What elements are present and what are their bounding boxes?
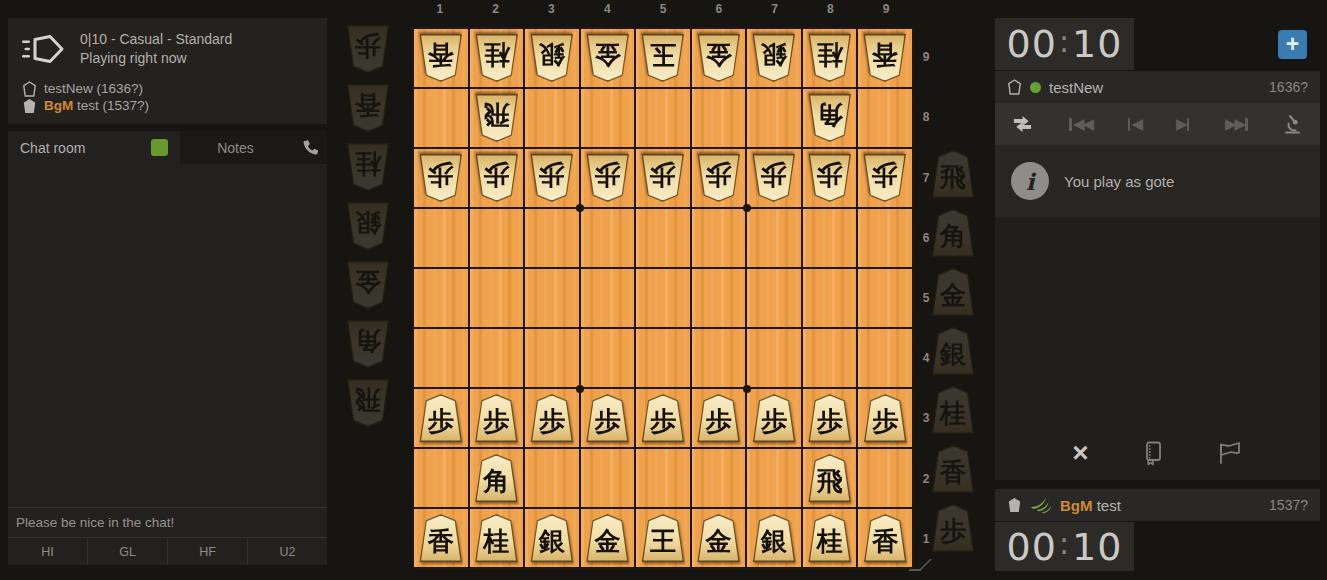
square-57[interactable]: 歩 — [636, 149, 690, 207]
koma-sente-pawn[interactable]: 歩 — [747, 149, 801, 207]
square-88[interactable]: 角 — [803, 89, 857, 147]
microscope-icon — [1283, 114, 1302, 134]
hand-gote-pawn[interactable]: 歩 — [931, 504, 975, 552]
player-title: BgM — [44, 98, 73, 113]
star-point — [576, 204, 584, 212]
square-92[interactable] — [858, 449, 912, 507]
square-49[interactable]: 金 — [581, 29, 635, 87]
square-79[interactable]: 銀 — [747, 29, 801, 87]
koma-sente-lance[interactable]: 香 — [858, 29, 912, 87]
last-move-button[interactable]: ▶▶ — [1219, 113, 1255, 135]
square-24[interactable] — [470, 329, 524, 387]
tab-notes[interactable]: Notes — [180, 131, 291, 164]
square-43[interactable]: 歩 — [581, 389, 635, 447]
file-label-7: 7 — [747, 2, 803, 16]
hand-sente-knight[interactable]: 桂 — [346, 143, 390, 191]
koma-sente-knight[interactable]: 桂 — [470, 29, 524, 87]
koma-gote-pawn[interactable]: 歩 — [581, 389, 635, 447]
square-18[interactable] — [414, 89, 468, 147]
square-15[interactable] — [414, 269, 468, 327]
square-41[interactable]: 金 — [581, 509, 635, 567]
square-53[interactable]: 歩 — [636, 389, 690, 447]
previous-move-icon: ◀ — [1127, 115, 1141, 133]
square-59[interactable]: 玉 — [636, 29, 690, 87]
hand-gote: 飛角金銀桂香歩 — [930, 150, 976, 552]
sente-koma-icon — [22, 98, 37, 114]
square-73[interactable]: 歩 — [747, 389, 801, 447]
bottom-player-rating: 1537? — [1269, 497, 1308, 513]
square-75[interactable] — [747, 269, 801, 327]
move-list-area: i You play as gote — [995, 145, 1320, 480]
abort-x-icon: × — [1072, 439, 1088, 467]
koma-sente-pawn[interactable]: 歩 — [525, 149, 579, 207]
square-89[interactable]: 桂 — [803, 29, 857, 87]
hand-sente-pawn[interactable]: 歩 — [346, 25, 390, 73]
square-23[interactable]: 歩 — [470, 389, 524, 447]
player-rating: (1537?) — [103, 98, 150, 113]
tab-notes-label: Notes — [217, 140, 254, 156]
square-94[interactable] — [858, 329, 912, 387]
voice-chat-button[interactable] — [291, 131, 327, 164]
sente-koma-icon — [1007, 497, 1022, 513]
square-84[interactable] — [803, 329, 857, 387]
info-icon: i — [1011, 162, 1049, 200]
chat-preset-hi[interactable]: HI — [8, 538, 87, 565]
player-row-top: testNew 1636? — [995, 71, 1320, 103]
square-34[interactable] — [525, 329, 579, 387]
chat-preset-u2[interactable]: U2 — [247, 538, 327, 565]
square-66[interactable] — [692, 209, 746, 267]
file-labels: 123456789 — [412, 2, 914, 16]
clock-seconds: 10 — [1072, 22, 1122, 66]
koma-gote-silver[interactable]: 銀 — [525, 509, 579, 567]
koma-gote-pawn[interactable]: 歩 — [525, 389, 579, 447]
square-63[interactable]: 歩 — [692, 389, 746, 447]
game-setup-text: 0|10 - Casual - Standard — [80, 30, 232, 49]
square-85[interactable] — [803, 269, 857, 327]
file-label-4: 4 — [579, 2, 635, 16]
koma-gote-knight[interactable]: 桂 — [803, 509, 857, 567]
square-37[interactable]: 歩 — [525, 149, 579, 207]
square-93[interactable]: 歩 — [858, 389, 912, 447]
square-81[interactable]: 桂 — [803, 509, 857, 567]
hand-sente-rook[interactable]: 飛 — [346, 379, 390, 427]
square-54[interactable] — [636, 329, 690, 387]
game-info-player-sente[interactable]: BgM test (1537?) — [22, 97, 313, 114]
game-status-text: Playing right now — [80, 49, 232, 68]
koma-gote-pawn[interactable]: 歩 — [858, 389, 912, 447]
square-44[interactable] — [581, 329, 635, 387]
shogi-board: 香桂銀金玉金銀桂香飛角歩歩歩歩歩歩歩歩歩歩歩歩歩歩歩歩歩歩角飛香桂銀金王金銀桂香 — [412, 27, 914, 569]
square-16[interactable] — [414, 209, 468, 267]
clock-bottom: 00:10 — [995, 522, 1134, 571]
last-move-icon: ▶▶ — [1225, 115, 1249, 133]
bottom-player-title: BgM — [1060, 497, 1093, 514]
chat-preset-buttons: HIGLHFU2 — [8, 537, 327, 565]
player-row-bottom: BgM test 1537? — [995, 489, 1320, 521]
square-47[interactable]: 歩 — [581, 149, 635, 207]
square-12[interactable] — [414, 449, 468, 507]
game-message-text: You play as gote — [1064, 173, 1174, 190]
square-68[interactable] — [692, 89, 746, 147]
square-32[interactable] — [525, 449, 579, 507]
square-22[interactable]: 角 — [470, 449, 524, 507]
online-indicator — [1030, 82, 1041, 93]
rank-label-8: 8 — [918, 87, 934, 147]
square-72[interactable] — [747, 449, 801, 507]
koma-sente-pawn[interactable]: 歩 — [858, 149, 912, 207]
koma-gote-gold[interactable]: 金 — [581, 509, 635, 567]
koma-sente-pawn[interactable]: 歩 — [581, 149, 635, 207]
square-83[interactable]: 歩 — [803, 389, 857, 447]
square-77[interactable]: 歩 — [747, 149, 801, 207]
square-91[interactable]: 香 — [858, 509, 912, 567]
hand-gote-knight[interactable]: 桂 — [931, 386, 975, 434]
notebook-button[interactable] — [1135, 439, 1171, 467]
hand-sente-lance[interactable]: 香 — [346, 84, 390, 132]
hand-gote-rook[interactable]: 飛 — [931, 150, 975, 198]
hand-gote-bishop[interactable]: 角 — [931, 209, 975, 257]
square-48[interactable] — [581, 89, 635, 147]
file-label-1: 1 — [412, 2, 468, 16]
koma-sente-bishop[interactable]: 角 — [803, 89, 857, 147]
flip-icon — [1012, 114, 1033, 134]
koma-sente-pawn[interactable]: 歩 — [470, 149, 524, 207]
gote-koma-icon — [22, 81, 37, 97]
square-17[interactable]: 歩 — [414, 149, 468, 207]
game-action-buttons: × — [995, 432, 1320, 474]
koma-gote-pawn[interactable]: 歩 — [803, 389, 857, 447]
notebook-icon — [1141, 440, 1165, 466]
tab-chat-room[interactable]: Chat room — [8, 131, 180, 164]
resign-button[interactable] — [1211, 440, 1249, 466]
hand-sente-bishop[interactable]: 角 — [346, 320, 390, 368]
koma-sente-silver[interactable]: 銀 — [525, 29, 579, 87]
square-33[interactable]: 歩 — [525, 389, 579, 447]
clock-colon: : — [1059, 526, 1070, 561]
koma-gote-rook[interactable]: 飛 — [803, 449, 857, 507]
square-46[interactable] — [581, 209, 635, 267]
clock-minutes: 00 — [1007, 22, 1057, 66]
gote-koma-icon — [1007, 79, 1022, 95]
koma-gote-pawn[interactable]: 歩 — [414, 389, 468, 447]
file-label-3: 3 — [524, 2, 580, 16]
koma-gote-pawn[interactable]: 歩 — [636, 389, 690, 447]
koma-gote-pawn[interactable]: 歩 — [470, 389, 524, 447]
koma-gote-pawn[interactable]: 歩 — [692, 389, 746, 447]
koma-gote-gold[interactable]: 金 — [692, 509, 746, 567]
plus-icon: + — [1286, 33, 1299, 56]
square-55[interactable] — [636, 269, 690, 327]
player-name[interactable]: test — [77, 98, 99, 113]
flip-board-button[interactable] — [1006, 112, 1039, 136]
chat-messages-area[interactable] — [8, 164, 327, 507]
square-31[interactable]: 銀 — [525, 509, 579, 567]
give-more-time-button[interactable]: + — [1278, 30, 1307, 59]
square-26[interactable] — [470, 209, 524, 267]
square-99[interactable]: 香 — [858, 29, 912, 87]
flag-icon — [1217, 441, 1243, 465]
next-move-button[interactable]: ▶ — [1170, 113, 1196, 135]
square-74[interactable] — [747, 329, 801, 387]
file-label-6: 6 — [691, 2, 747, 16]
koma-sente-pawn[interactable]: 歩 — [692, 149, 746, 207]
first-move-icon: ◀◀ — [1068, 115, 1092, 133]
next-move-icon: ▶ — [1176, 115, 1190, 133]
square-64[interactable] — [692, 329, 746, 387]
game-message: i You play as gote — [995, 145, 1320, 217]
square-38[interactable] — [525, 89, 579, 147]
square-29[interactable]: 桂 — [470, 29, 524, 87]
file-label-2: 2 — [468, 2, 524, 16]
square-86[interactable] — [803, 209, 857, 267]
koma-sente-gold[interactable]: 金 — [581, 29, 635, 87]
square-67[interactable]: 歩 — [692, 149, 746, 207]
square-95[interactable] — [858, 269, 912, 327]
square-65[interactable] — [692, 269, 746, 327]
square-21[interactable]: 桂 — [470, 509, 524, 567]
first-move-button[interactable]: ◀◀ — [1062, 113, 1098, 135]
koma-gote-king[interactable]: 王 — [636, 509, 690, 567]
bottom-player-name[interactable]: test — [1097, 497, 1121, 514]
square-61[interactable]: 金 — [692, 509, 746, 567]
square-19[interactable]: 香 — [414, 29, 468, 87]
patron-wings-icon — [1030, 496, 1052, 514]
star-point — [576, 385, 584, 393]
square-58[interactable] — [636, 89, 690, 147]
square-11[interactable]: 香 — [414, 509, 468, 567]
clock-seconds: 10 — [1072, 525, 1122, 569]
koma-gote-silver[interactable]: 銀 — [747, 509, 801, 567]
koma-sente-knight[interactable]: 桂 — [803, 29, 857, 87]
game-side-panel: 00:10 + testNew 1636? ◀◀ ◀ ▶ ▶▶ — [995, 0, 1320, 580]
file-label-8: 8 — [802, 2, 858, 16]
square-62[interactable] — [692, 449, 746, 507]
move-controls-bar: ◀◀ ◀ ▶ ▶▶ — [995, 103, 1320, 145]
hand-sente-silver[interactable]: 銀 — [346, 202, 390, 250]
phone-icon — [301, 139, 318, 156]
square-97[interactable]: 歩 — [858, 149, 912, 207]
top-player-rating: 1636? — [1269, 79, 1308, 95]
square-96[interactable] — [858, 209, 912, 267]
lishogi-game-page: 0|10 - Casual - Standard Playing right n… — [0, 0, 1327, 580]
square-56[interactable] — [636, 209, 690, 267]
koma-sente-lance[interactable]: 香 — [414, 29, 468, 87]
square-14[interactable] — [414, 329, 468, 387]
chat-preset-gl[interactable]: GL — [87, 538, 167, 565]
square-82[interactable]: 飛 — [803, 449, 857, 507]
board-zone: 歩香桂銀金角飛 123456789 香桂銀金玉金銀桂香飛角歩歩歩歩歩歩歩歩歩歩歩… — [337, 0, 977, 580]
square-39[interactable]: 銀 — [525, 29, 579, 87]
clock-top: 00:10 — [995, 18, 1134, 70]
abort-button[interactable]: × — [1066, 438, 1094, 468]
player-rating: (1636?) — [97, 81, 144, 96]
file-label-5: 5 — [635, 2, 691, 16]
previous-move-button[interactable]: ◀ — [1121, 113, 1147, 135]
game-info-player-gote[interactable]: testNew (1636?) — [22, 80, 313, 97]
koma-gote-pawn[interactable]: 歩 — [747, 389, 801, 447]
star-point — [743, 204, 751, 212]
square-71[interactable]: 銀 — [747, 509, 801, 567]
koma-gote-knight[interactable]: 桂 — [470, 509, 524, 567]
hand-gote-gold[interactable]: 金 — [931, 268, 975, 316]
square-28[interactable]: 飛 — [470, 89, 524, 147]
left-sidebar: 0|10 - Casual - Standard Playing right n… — [8, 18, 327, 565]
koma-gote-lance[interactable]: 香 — [414, 509, 468, 567]
square-45[interactable] — [581, 269, 635, 327]
square-42[interactable] — [581, 449, 635, 507]
square-35[interactable] — [525, 269, 579, 327]
tab-chat-room-label: Chat room — [20, 140, 85, 156]
koma-gote-lance[interactable]: 香 — [858, 509, 912, 567]
file-label-9: 9 — [858, 2, 914, 16]
rank-label-9: 9 — [918, 27, 934, 87]
square-51[interactable]: 王 — [636, 509, 690, 567]
square-98[interactable] — [858, 89, 912, 147]
top-player-name[interactable]: testNew — [1049, 79, 1103, 96]
hand-sente: 歩香桂銀金角飛 — [345, 25, 391, 427]
koma-gote-bishop[interactable]: 角 — [470, 449, 524, 507]
square-52[interactable] — [636, 449, 690, 507]
koma-sente-pawn[interactable]: 歩 — [803, 149, 857, 207]
square-78[interactable] — [747, 89, 801, 147]
clock-minutes: 00 — [1007, 525, 1057, 569]
koma-sente-rook[interactable]: 飛 — [470, 89, 524, 147]
square-13[interactable]: 歩 — [414, 389, 468, 447]
player-name[interactable]: testNew — [44, 81, 93, 96]
hand-gote-silver[interactable]: 銀 — [931, 327, 975, 375]
square-25[interactable] — [470, 269, 524, 327]
square-27[interactable]: 歩 — [470, 149, 524, 207]
koma-sente-gold[interactable]: 金 — [692, 29, 746, 87]
hand-gote-lance[interactable]: 香 — [931, 445, 975, 493]
chat-preset-hf[interactable]: HF — [167, 538, 247, 565]
chat-tabs: Chat room Notes — [8, 131, 327, 164]
square-69[interactable]: 金 — [692, 29, 746, 87]
square-36[interactable] — [525, 209, 579, 267]
clock-colon: : — [1059, 24, 1070, 59]
koma-sente-pawn[interactable]: 歩 — [414, 149, 468, 207]
hand-sente-gold[interactable]: 金 — [346, 261, 390, 309]
square-87[interactable]: 歩 — [803, 149, 857, 207]
game-info-box: 0|10 - Casual - Standard Playing right n… — [8, 18, 327, 124]
star-point — [743, 385, 751, 393]
koma-sente-pawn[interactable]: 歩 — [636, 149, 690, 207]
koma-sente-king[interactable]: 玉 — [636, 29, 690, 87]
square-76[interactable] — [747, 209, 801, 267]
chat-toggle-checkbox[interactable] — [151, 139, 168, 156]
analysis-board-button[interactable] — [1277, 112, 1308, 136]
chat-input[interactable] — [8, 508, 327, 537]
game-speed-icon — [22, 31, 66, 67]
koma-sente-silver[interactable]: 銀 — [747, 29, 801, 87]
